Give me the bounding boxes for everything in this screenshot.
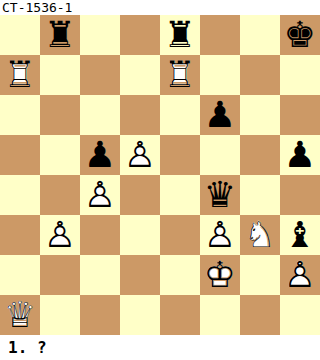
square-d1[interactable] <box>120 295 160 335</box>
square-c6[interactable] <box>80 95 120 135</box>
square-a6[interactable] <box>0 95 40 135</box>
square-h8[interactable]: ♚ <box>280 15 320 55</box>
square-g6[interactable] <box>240 95 280 135</box>
square-a2[interactable] <box>0 255 40 295</box>
square-d7[interactable] <box>120 55 160 95</box>
piece-white-rook: ♖ <box>0 55 40 95</box>
square-b2[interactable] <box>40 255 80 295</box>
square-d3[interactable] <box>120 215 160 255</box>
square-a8[interactable] <box>0 15 40 55</box>
square-f3[interactable]: ♟♙ <box>200 215 240 255</box>
square-f6[interactable]: ♟ <box>200 95 240 135</box>
square-f4[interactable]: ♛ <box>200 175 240 215</box>
square-e2[interactable] <box>160 255 200 295</box>
piece-white-pawn-fill: ♟ <box>280 255 320 295</box>
square-e7[interactable]: ♜♖ <box>160 55 200 95</box>
piece-white-pawn: ♙ <box>200 215 240 255</box>
piece-black-rook: ♜ <box>40 15 80 55</box>
piece-black-king: ♚ <box>280 15 320 55</box>
square-d4[interactable] <box>120 175 160 215</box>
square-e4[interactable] <box>160 175 200 215</box>
piece-white-pawn-fill: ♟ <box>120 135 160 175</box>
piece-black-bishop: ♝ <box>280 215 320 255</box>
square-g5[interactable] <box>240 135 280 175</box>
square-c4[interactable]: ♟♙ <box>80 175 120 215</box>
square-f1[interactable] <box>200 295 240 335</box>
square-h7[interactable] <box>280 55 320 95</box>
piece-black-queen: ♛ <box>200 175 240 215</box>
piece-white-rook-fill: ♜ <box>0 55 40 95</box>
piece-white-pawn: ♙ <box>80 175 120 215</box>
square-e5[interactable] <box>160 135 200 175</box>
piece-black-pawn: ♟ <box>200 95 240 135</box>
square-f2[interactable]: ♚♔ <box>200 255 240 295</box>
square-c7[interactable] <box>80 55 120 95</box>
square-f5[interactable] <box>200 135 240 175</box>
piece-white-pawn: ♙ <box>40 215 80 255</box>
square-e1[interactable] <box>160 295 200 335</box>
square-c3[interactable] <box>80 215 120 255</box>
square-g2[interactable] <box>240 255 280 295</box>
square-g3[interactable]: ♞♘ <box>240 215 280 255</box>
square-h5[interactable]: ♟ <box>280 135 320 175</box>
piece-white-pawn: ♙ <box>280 255 320 295</box>
square-d5[interactable]: ♟♙ <box>120 135 160 175</box>
chess-puzzle-page: CT-1536-1 ♜♜♚♜♖♜♖♟♟♟♙♟♟♙♛♟♙♟♙♞♘♝♚♔♟♙♛♕ 1… <box>0 0 320 360</box>
square-b7[interactable] <box>40 55 80 95</box>
piece-black-pawn: ♟ <box>280 135 320 175</box>
square-b4[interactable] <box>40 175 80 215</box>
square-d2[interactable] <box>120 255 160 295</box>
square-h1[interactable] <box>280 295 320 335</box>
square-f7[interactable] <box>200 55 240 95</box>
piece-white-queen: ♕ <box>0 295 40 335</box>
square-a7[interactable]: ♜♖ <box>0 55 40 95</box>
square-d6[interactable] <box>120 95 160 135</box>
piece-white-rook-fill: ♜ <box>160 55 200 95</box>
piece-white-knight-fill: ♞ <box>240 215 280 255</box>
square-b1[interactable] <box>40 295 80 335</box>
square-h6[interactable] <box>280 95 320 135</box>
piece-white-king-fill: ♚ <box>200 255 240 295</box>
square-h2[interactable]: ♟♙ <box>280 255 320 295</box>
square-b5[interactable] <box>40 135 80 175</box>
square-f8[interactable] <box>200 15 240 55</box>
square-b8[interactable]: ♜ <box>40 15 80 55</box>
square-g8[interactable] <box>240 15 280 55</box>
square-h4[interactable] <box>280 175 320 215</box>
square-e6[interactable] <box>160 95 200 135</box>
piece-white-pawn-fill: ♟ <box>40 215 80 255</box>
move-prompt: 1. ? <box>0 335 320 360</box>
piece-white-pawn: ♙ <box>120 135 160 175</box>
piece-black-rook: ♜ <box>160 15 200 55</box>
square-a5[interactable] <box>0 135 40 175</box>
square-c5[interactable]: ♟ <box>80 135 120 175</box>
square-e3[interactable] <box>160 215 200 255</box>
square-a3[interactable] <box>0 215 40 255</box>
square-d8[interactable] <box>120 15 160 55</box>
square-c8[interactable] <box>80 15 120 55</box>
square-b3[interactable]: ♟♙ <box>40 215 80 255</box>
piece-white-queen-fill: ♛ <box>0 295 40 335</box>
square-g7[interactable] <box>240 55 280 95</box>
piece-white-knight: ♘ <box>240 215 280 255</box>
piece-black-pawn: ♟ <box>80 135 120 175</box>
square-h3[interactable]: ♝ <box>280 215 320 255</box>
square-g1[interactable] <box>240 295 280 335</box>
square-a4[interactable] <box>0 175 40 215</box>
piece-white-king: ♔ <box>200 255 240 295</box>
square-e8[interactable]: ♜ <box>160 15 200 55</box>
puzzle-title: CT-1536-1 <box>0 0 320 15</box>
square-a1[interactable]: ♛♕ <box>0 295 40 335</box>
piece-white-pawn-fill: ♟ <box>80 175 120 215</box>
square-b6[interactable] <box>40 95 80 135</box>
square-c1[interactable] <box>80 295 120 335</box>
piece-white-rook: ♖ <box>160 55 200 95</box>
square-g4[interactable] <box>240 175 280 215</box>
chess-board: ♜♜♚♜♖♜♖♟♟♟♙♟♟♙♛♟♙♟♙♞♘♝♚♔♟♙♛♕ <box>0 15 320 335</box>
square-c2[interactable] <box>80 255 120 295</box>
piece-white-pawn-fill: ♟ <box>200 215 240 255</box>
